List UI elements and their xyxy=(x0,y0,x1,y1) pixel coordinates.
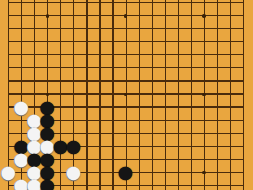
star-point-hoshi xyxy=(202,171,205,174)
star-point-hoshi xyxy=(202,93,205,96)
star-point-hoshi xyxy=(202,14,205,17)
star-point-hoshi xyxy=(46,14,49,17)
white-stone: ● xyxy=(67,166,80,179)
black-stone: ● xyxy=(67,140,80,153)
star-point-hoshi xyxy=(46,93,49,96)
black-stone: ● xyxy=(41,179,54,190)
board-intersections-grid: ●●●●●●●●●●●●●●●●●●●●●● xyxy=(2,0,250,190)
star-point-hoshi xyxy=(124,14,127,17)
black-stone: ● xyxy=(119,166,132,179)
go-board[interactable]: ●●●●●●●●●●●●●●●●●●●●●● xyxy=(0,0,253,190)
star-point-hoshi xyxy=(124,93,127,96)
